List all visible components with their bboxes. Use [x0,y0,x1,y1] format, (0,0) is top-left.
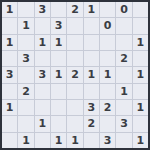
cell-r5c5-clue: 2 [67,67,82,82]
cell-r3c7[interactable] [100,35,115,50]
cell-r7c2[interactable] [18,100,33,115]
cell-r7c5[interactable] [67,100,82,115]
cell-r3c1-clue: 1 [2,35,17,50]
cell-r7c8[interactable] [116,100,131,115]
cell-r2c7-clue: 0 [100,18,115,33]
cell-r1c8-clue: 0 [116,2,131,17]
cell-r9c8[interactable] [116,133,131,148]
cell-r9c2-clue: 1 [18,133,33,148]
cell-r4c5[interactable] [67,51,82,66]
cell-r9c5-clue: 1 [67,133,82,148]
cell-r1c1-clue: 1 [2,2,17,17]
cell-r5c4-clue: 1 [51,67,66,82]
cell-r4c7[interactable] [100,51,115,66]
cell-r4c4[interactable] [51,51,66,66]
cell-r8c2[interactable] [18,116,33,131]
cell-r6c7[interactable] [100,84,115,99]
cell-r5c1-clue: 3 [2,67,17,82]
cell-r9c9-clue: 1 [133,133,148,148]
cell-r6c4[interactable] [51,84,66,99]
cell-r9c1[interactable] [2,133,17,148]
cell-r5c9-clue: 1 [133,67,148,82]
cell-r9c7-clue: 3 [100,133,115,148]
cell-r1c3-clue: 3 [35,2,50,17]
cell-r1c9[interactable] [133,2,148,17]
cell-r8c6-clue: 2 [84,116,99,131]
cell-r7c6-clue: 3 [84,100,99,115]
cell-r8c9[interactable] [133,116,148,131]
cell-r2c8[interactable] [116,18,131,33]
cell-r4c6[interactable] [84,51,99,66]
cell-r7c9-clue: 1 [133,100,148,115]
cell-r6c6[interactable] [84,84,99,99]
cell-r3c9-clue: 1 [133,35,148,50]
cell-r3c3-clue: 1 [35,35,50,50]
cell-r8c4[interactable] [51,116,66,131]
cell-r7c1-clue: 1 [2,100,17,115]
cell-r2c6[interactable] [84,18,99,33]
cell-r6c8-clue: 1 [116,84,131,99]
minesweeper-board: 13210130111132331211121132112311131 [0,0,150,150]
cell-r6c1[interactable] [2,84,17,99]
cell-r5c2[interactable] [18,67,33,82]
cell-r6c2-clue: 2 [18,84,33,99]
cell-r8c3-clue: 1 [35,116,50,131]
cell-r2c9[interactable] [133,18,148,33]
cell-r3c2[interactable] [18,35,33,50]
cell-r7c4[interactable] [51,100,66,115]
cell-r4c3[interactable] [35,51,50,66]
cell-r6c3[interactable] [35,84,50,99]
cell-r9c3[interactable] [35,133,50,148]
cell-r1c7[interactable] [100,2,115,17]
cell-r3c6[interactable] [84,35,99,50]
board-grid: 13210130111132331211121132112311131 [2,2,148,148]
cell-r5c8[interactable] [116,67,131,82]
cell-r1c4[interactable] [51,2,66,17]
cell-r3c8[interactable] [116,35,131,50]
cell-r7c7-clue: 2 [100,100,115,115]
cell-r9c4-clue: 1 [51,133,66,148]
cell-r1c6-clue: 1 [84,2,99,17]
cell-r2c2-clue: 1 [18,18,33,33]
cell-r2c3[interactable] [35,18,50,33]
cell-r4c9[interactable] [133,51,148,66]
cell-r6c9[interactable] [133,84,148,99]
cell-r5c3-clue: 3 [35,67,50,82]
cell-r1c5-clue: 2 [67,2,82,17]
cell-r8c8-clue: 3 [116,116,131,131]
cell-r5c7-clue: 1 [100,67,115,82]
cell-r6c5[interactable] [67,84,82,99]
cell-r8c5[interactable] [67,116,82,131]
cell-r4c8-clue: 2 [116,51,131,66]
cell-r4c1[interactable] [2,51,17,66]
cell-r3c5[interactable] [67,35,82,50]
cell-r1c2[interactable] [18,2,33,17]
cell-r8c7[interactable] [100,116,115,131]
cell-r2c5[interactable] [67,18,82,33]
cell-r8c1[interactable] [2,116,17,131]
cell-r2c1[interactable] [2,18,17,33]
cell-r5c6-clue: 1 [84,67,99,82]
cell-r9c6[interactable] [84,133,99,148]
cell-r3c4-clue: 1 [51,35,66,50]
cell-r7c3[interactable] [35,100,50,115]
cell-r2c4-clue: 3 [51,18,66,33]
cell-r4c2-clue: 3 [18,51,33,66]
